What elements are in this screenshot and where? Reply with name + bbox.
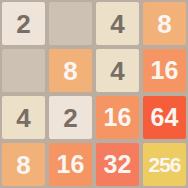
tile-4-r0c2: 4 bbox=[96, 2, 139, 45]
tile-4-r2c0: 4 bbox=[2, 96, 45, 139]
2048-board: 248841642166481632256 bbox=[0, 0, 188, 188]
tile-2-r0c0: 2 bbox=[2, 2, 45, 45]
tile-16-r1c3: 16 bbox=[143, 49, 186, 92]
tile-16-r2c2: 16 bbox=[96, 96, 139, 139]
tile-8-r3c0: 8 bbox=[2, 143, 45, 186]
tile-32-r3c2: 32 bbox=[96, 143, 139, 186]
tile-2-r2c1: 2 bbox=[49, 96, 92, 139]
empty-cell-r1c0 bbox=[2, 49, 45, 92]
tile-16-r3c1: 16 bbox=[49, 143, 92, 186]
tile-8-r1c1: 8 bbox=[49, 49, 92, 92]
tile-256-r3c3: 256 bbox=[143, 143, 186, 186]
empty-cell-r0c1 bbox=[49, 2, 92, 45]
tile-64-r2c3: 64 bbox=[143, 96, 186, 139]
tile-4-r1c2: 4 bbox=[96, 49, 139, 92]
tile-8-r0c3: 8 bbox=[143, 2, 186, 45]
